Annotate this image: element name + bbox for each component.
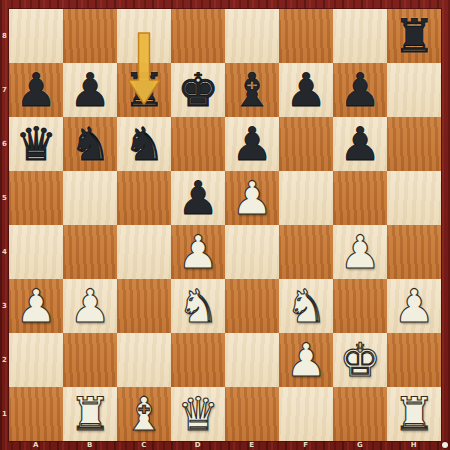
square-a5[interactable] xyxy=(9,171,63,225)
file-label-g: G xyxy=(333,440,387,450)
square-d3[interactable]: ♞ xyxy=(171,279,225,333)
white-pawn[interactable]: ♟ xyxy=(9,279,63,333)
square-g4[interactable]: ♟ xyxy=(333,225,387,279)
square-g5[interactable] xyxy=(333,171,387,225)
square-b7[interactable]: ♟ xyxy=(63,63,117,117)
black-pawn[interactable]: ♟ xyxy=(63,63,117,117)
white-queen[interactable]: ♛ xyxy=(171,387,225,441)
white-pawn[interactable]: ♟ xyxy=(225,171,279,225)
white-pawn[interactable]: ♟ xyxy=(171,225,225,279)
rank-label-2: 2 xyxy=(0,333,9,387)
file-label-e: E xyxy=(225,440,279,450)
black-rook[interactable]: ♜ xyxy=(117,63,171,117)
white-pawn[interactable]: ♟ xyxy=(63,279,117,333)
square-b5[interactable] xyxy=(63,171,117,225)
rank-label-6: 6 xyxy=(0,117,9,171)
square-d8[interactable] xyxy=(171,9,225,63)
black-pawn[interactable]: ♟ xyxy=(9,63,63,117)
white-pawn[interactable]: ♟ xyxy=(279,333,333,387)
square-h1[interactable]: ♜ xyxy=(387,387,441,441)
white-rook[interactable]: ♜ xyxy=(63,387,117,441)
square-c8[interactable] xyxy=(117,9,171,63)
square-a2[interactable] xyxy=(9,333,63,387)
square-a7[interactable]: ♟ xyxy=(9,63,63,117)
square-c4[interactable] xyxy=(117,225,171,279)
file-label-a: A xyxy=(9,440,63,450)
white-pawn[interactable]: ♟ xyxy=(333,225,387,279)
square-f3[interactable]: ♞ xyxy=(279,279,333,333)
white-pawn[interactable]: ♟ xyxy=(387,279,441,333)
square-f6[interactable] xyxy=(279,117,333,171)
black-king[interactable]: ♚ xyxy=(171,63,225,117)
board: ♜♟♟♜♚♝♟♟♛♞♞♟♟♟♟♟♟♟♟♞♞♟♟♚♜♝♛♜ xyxy=(9,9,441,441)
white-knight[interactable]: ♞ xyxy=(279,279,333,333)
square-g6[interactable]: ♟ xyxy=(333,117,387,171)
square-h8[interactable]: ♜ xyxy=(387,9,441,63)
square-h3[interactable]: ♟ xyxy=(387,279,441,333)
square-e1[interactable] xyxy=(225,387,279,441)
square-a6[interactable]: ♛ xyxy=(9,117,63,171)
square-f1[interactable] xyxy=(279,387,333,441)
chessboard-widget: ♜♟♟♜♚♝♟♟♛♞♞♟♟♟♟♟♟♟♟♞♞♟♟♚♜♝♛♜ 87654321ABC… xyxy=(0,0,450,450)
square-e2[interactable] xyxy=(225,333,279,387)
square-d2[interactable] xyxy=(171,333,225,387)
square-b6[interactable]: ♞ xyxy=(63,117,117,171)
square-h7[interactable] xyxy=(387,63,441,117)
square-g7[interactable]: ♟ xyxy=(333,63,387,117)
square-f4[interactable] xyxy=(279,225,333,279)
square-g2[interactable]: ♚ xyxy=(333,333,387,387)
black-pawn[interactable]: ♟ xyxy=(333,117,387,171)
black-rook[interactable]: ♜ xyxy=(387,9,441,63)
square-a8[interactable] xyxy=(9,9,63,63)
square-a4[interactable] xyxy=(9,225,63,279)
file-label-h: H xyxy=(387,440,441,450)
square-c1[interactable]: ♝ xyxy=(117,387,171,441)
white-bishop[interactable]: ♝ xyxy=(117,387,171,441)
black-pawn[interactable]: ♟ xyxy=(171,171,225,225)
rank-label-8: 8 xyxy=(0,9,9,63)
rank-label-4: 4 xyxy=(0,225,9,279)
square-d7[interactable]: ♚ xyxy=(171,63,225,117)
square-g8[interactable] xyxy=(333,9,387,63)
square-b4[interactable] xyxy=(63,225,117,279)
square-f7[interactable]: ♟ xyxy=(279,63,333,117)
square-f5[interactable] xyxy=(279,171,333,225)
square-b2[interactable] xyxy=(63,333,117,387)
square-e6[interactable]: ♟ xyxy=(225,117,279,171)
square-e7[interactable]: ♝ xyxy=(225,63,279,117)
square-h4[interactable] xyxy=(387,225,441,279)
black-knight[interactable]: ♞ xyxy=(117,117,171,171)
square-c7[interactable]: ♜ xyxy=(117,63,171,117)
square-d4[interactable]: ♟ xyxy=(171,225,225,279)
rank-label-3: 3 xyxy=(0,279,9,333)
square-h2[interactable] xyxy=(387,333,441,387)
white-knight[interactable]: ♞ xyxy=(171,279,225,333)
rank-label-1: 1 xyxy=(0,387,9,441)
square-d5[interactable]: ♟ xyxy=(171,171,225,225)
square-h5[interactable] xyxy=(387,171,441,225)
rank-label-7: 7 xyxy=(0,63,9,117)
black-bishop[interactable]: ♝ xyxy=(225,63,279,117)
square-f2[interactable]: ♟ xyxy=(279,333,333,387)
black-pawn[interactable]: ♟ xyxy=(225,117,279,171)
square-h6[interactable] xyxy=(387,117,441,171)
square-c6[interactable]: ♞ xyxy=(117,117,171,171)
square-g1[interactable] xyxy=(333,387,387,441)
file-label-d: D xyxy=(171,440,225,450)
square-e8[interactable] xyxy=(225,9,279,63)
square-e5[interactable]: ♟ xyxy=(225,171,279,225)
file-label-f: F xyxy=(279,440,333,450)
square-e3[interactable] xyxy=(225,279,279,333)
square-a1[interactable] xyxy=(9,387,63,441)
black-pawn[interactable]: ♟ xyxy=(279,63,333,117)
square-c2[interactable] xyxy=(117,333,171,387)
white-rook[interactable]: ♜ xyxy=(387,387,441,441)
square-e4[interactable] xyxy=(225,225,279,279)
square-a3[interactable]: ♟ xyxy=(9,279,63,333)
square-b8[interactable] xyxy=(63,9,117,63)
white-king[interactable]: ♚ xyxy=(333,333,387,387)
square-b3[interactable]: ♟ xyxy=(63,279,117,333)
file-label-c: C xyxy=(117,440,171,450)
square-b1[interactable]: ♜ xyxy=(63,387,117,441)
black-knight[interactable]: ♞ xyxy=(63,117,117,171)
black-pawn[interactable]: ♟ xyxy=(333,63,387,117)
square-g3[interactable] xyxy=(333,279,387,333)
rank-label-5: 5 xyxy=(0,171,9,225)
square-f8[interactable] xyxy=(279,9,333,63)
square-d6[interactable] xyxy=(171,117,225,171)
square-c3[interactable] xyxy=(117,279,171,333)
square-c5[interactable] xyxy=(117,171,171,225)
square-d1[interactable]: ♛ xyxy=(171,387,225,441)
white-to-move-indicator xyxy=(442,442,448,448)
file-label-b: B xyxy=(63,440,117,450)
black-queen[interactable]: ♛ xyxy=(9,117,63,171)
